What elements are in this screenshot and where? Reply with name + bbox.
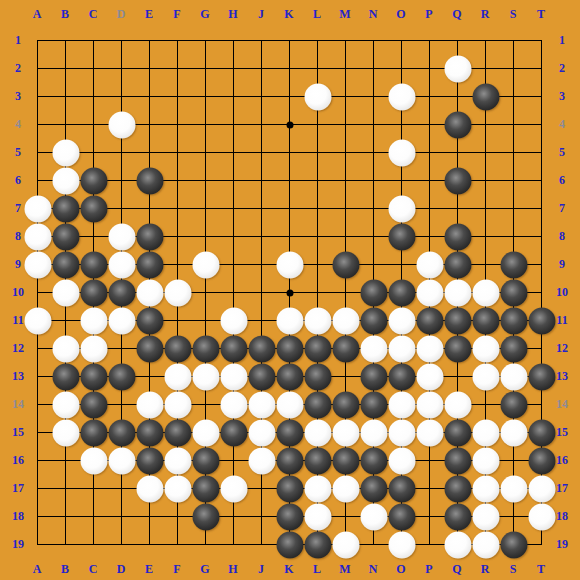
coordinate-label: 11 <box>556 314 567 326</box>
coordinate-label: 15 <box>556 426 568 438</box>
coordinate-label: 10 <box>556 286 568 298</box>
coordinate-label: 7 <box>559 202 565 214</box>
coordinate-label: 13 <box>556 370 568 382</box>
coordinate-label: 6 <box>559 174 565 186</box>
coordinate-label: 1 <box>559 34 565 46</box>
coordinate-label: 5 <box>559 146 565 158</box>
coordinate-label: 3 <box>559 90 565 102</box>
coordinate-label: 16 <box>556 454 568 466</box>
coordinate-label: 14 <box>556 398 568 410</box>
go-board[interactable]: ABCDEFGHJKLMNOPQRST ABCDEFGHJKLMNOPQRST … <box>0 0 580 580</box>
coordinate-label: 12 <box>556 342 568 354</box>
coordinate-label: 17 <box>556 482 568 494</box>
row-labels-right: 12345678910111213141516171819 <box>0 0 580 580</box>
coordinate-label: 18 <box>556 510 568 522</box>
coordinate-label: 9 <box>559 258 565 270</box>
coordinate-label: 8 <box>559 230 565 242</box>
coordinate-label: 4 <box>559 118 565 130</box>
coordinate-label: 19 <box>556 538 568 550</box>
go-board-screen: ABCDEFGHJKLMNOPQRST ABCDEFGHJKLMNOPQRST … <box>0 0 580 580</box>
coordinate-label: 2 <box>559 62 565 74</box>
